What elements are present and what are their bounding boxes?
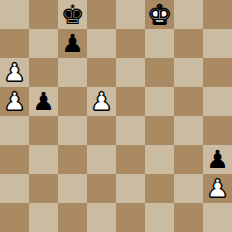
square-h5[interactable] <box>203 87 232 116</box>
square-b7[interactable] <box>29 29 58 58</box>
square-a6[interactable]: ♟ <box>0 58 29 87</box>
square-f2[interactable] <box>145 174 174 203</box>
square-c4[interactable] <box>58 116 87 145</box>
square-c5[interactable] <box>58 87 87 116</box>
square-f4[interactable] <box>145 116 174 145</box>
square-h8[interactable] <box>203 0 232 29</box>
chess-board: ♚♚♟♟♟♟♟♟♟ <box>0 0 232 232</box>
square-h1[interactable] <box>203 203 232 232</box>
square-g6[interactable] <box>174 58 203 87</box>
square-c8[interactable]: ♚ <box>58 0 87 29</box>
square-d3[interactable] <box>87 145 116 174</box>
square-g3[interactable] <box>174 145 203 174</box>
square-a5[interactable]: ♟ <box>0 87 29 116</box>
white-king[interactable]: ♚ <box>147 0 171 29</box>
square-c6[interactable] <box>58 58 87 87</box>
square-g1[interactable] <box>174 203 203 232</box>
square-b5[interactable]: ♟ <box>29 87 58 116</box>
square-e4[interactable] <box>116 116 145 145</box>
square-e7[interactable] <box>116 29 145 58</box>
square-g5[interactable] <box>174 87 203 116</box>
square-d5[interactable]: ♟ <box>87 87 116 116</box>
square-a7[interactable] <box>0 29 29 58</box>
square-c7[interactable]: ♟ <box>58 29 87 58</box>
square-g2[interactable] <box>174 174 203 203</box>
square-h2[interactable]: ♟ <box>203 174 232 203</box>
white-pawn[interactable]: ♟ <box>3 58 25 87</box>
square-c1[interactable] <box>58 203 87 232</box>
white-pawn[interactable]: ♟ <box>90 87 112 116</box>
black-pawn[interactable]: ♟ <box>61 29 83 58</box>
square-b2[interactable] <box>29 174 58 203</box>
square-b8[interactable] <box>29 0 58 29</box>
square-f6[interactable] <box>145 58 174 87</box>
square-h4[interactable] <box>203 116 232 145</box>
square-a2[interactable] <box>0 174 29 203</box>
square-h6[interactable] <box>203 58 232 87</box>
square-d4[interactable] <box>87 116 116 145</box>
black-pawn[interactable]: ♟ <box>32 87 54 116</box>
square-d6[interactable] <box>87 58 116 87</box>
square-h3[interactable]: ♟ <box>203 145 232 174</box>
square-a4[interactable] <box>0 116 29 145</box>
square-f1[interactable] <box>145 203 174 232</box>
square-b1[interactable] <box>29 203 58 232</box>
square-b6[interactable] <box>29 58 58 87</box>
square-e8[interactable] <box>116 0 145 29</box>
square-f8[interactable]: ♚ <box>145 0 174 29</box>
square-a3[interactable] <box>0 145 29 174</box>
square-h7[interactable] <box>203 29 232 58</box>
square-d8[interactable] <box>87 0 116 29</box>
square-g7[interactable] <box>174 29 203 58</box>
square-e1[interactable] <box>116 203 145 232</box>
square-e2[interactable] <box>116 174 145 203</box>
square-g8[interactable] <box>174 0 203 29</box>
square-c2[interactable] <box>58 174 87 203</box>
square-d2[interactable] <box>87 174 116 203</box>
square-e3[interactable] <box>116 145 145 174</box>
square-f3[interactable] <box>145 145 174 174</box>
black-king[interactable]: ♚ <box>60 0 84 29</box>
square-f7[interactable] <box>145 29 174 58</box>
black-pawn[interactable]: ♟ <box>206 145 228 174</box>
square-e6[interactable] <box>116 58 145 87</box>
square-g4[interactable] <box>174 116 203 145</box>
square-e5[interactable] <box>116 87 145 116</box>
square-d7[interactable] <box>87 29 116 58</box>
square-b3[interactable] <box>29 145 58 174</box>
white-pawn[interactable]: ♟ <box>206 174 228 203</box>
square-a1[interactable] <box>0 203 29 232</box>
square-d1[interactable] <box>87 203 116 232</box>
square-b4[interactable] <box>29 116 58 145</box>
white-pawn[interactable]: ♟ <box>3 87 25 116</box>
square-f5[interactable] <box>145 87 174 116</box>
square-a8[interactable] <box>0 0 29 29</box>
square-c3[interactable] <box>58 145 87 174</box>
